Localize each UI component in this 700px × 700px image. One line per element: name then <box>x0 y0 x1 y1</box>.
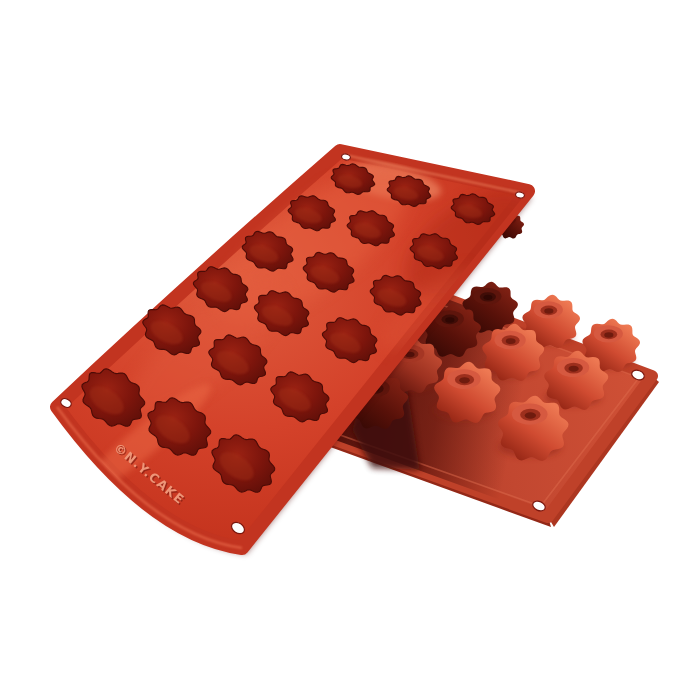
product-photo-canele-molds: ©N.Y.CAKE©N.Y.CAKE <box>0 0 700 700</box>
scene-svg: ©N.Y.CAKE©N.Y.CAKE <box>0 0 700 700</box>
bump-crater-hole <box>569 366 579 372</box>
bump-crater-hole <box>506 338 516 344</box>
bump-crater-hole <box>544 308 553 313</box>
bump-crater-hole <box>484 295 493 300</box>
bump-crater-hole <box>445 317 454 322</box>
bump-crater-hole <box>604 332 613 337</box>
bump-crater-hole <box>525 412 536 419</box>
bump-crater-hole <box>459 377 470 383</box>
